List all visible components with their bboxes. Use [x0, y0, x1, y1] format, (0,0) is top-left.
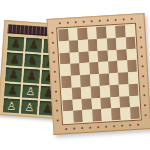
peg-holes-bottom: [65, 124, 139, 131]
peg-hole: [129, 124, 131, 126]
stored-chess-piece: ♙: [24, 101, 35, 113]
peg-hole: [107, 19, 109, 21]
chessboard: [47, 13, 150, 135]
peg-hole: [99, 20, 101, 22]
peg-hole: [144, 104, 146, 106]
peg-hole: [51, 32, 53, 34]
piece-compartment: ♟: [7, 36, 24, 51]
piece-compartment: ♙: [22, 84, 39, 99]
piece-compartment: ♙: [21, 100, 38, 115]
stored-chess-piece: ♟: [8, 69, 19, 81]
board-square: [127, 60, 137, 72]
piece-compartment: ♟: [23, 69, 40, 84]
peg-hole: [59, 22, 61, 24]
board-square: [126, 48, 136, 60]
stored-chess-piece: ♙: [25, 86, 36, 98]
peg-hole: [89, 127, 91, 129]
stored-chess-piece: ♟: [9, 53, 20, 65]
stored-chess-piece: ♟: [11, 38, 22, 50]
stored-chess-piece: ♟: [28, 39, 39, 51]
peg-hole: [57, 119, 59, 121]
peg-hole: [56, 110, 58, 112]
peg-hole: [53, 61, 55, 63]
peg-hole: [56, 100, 58, 102]
peg-hole: [67, 22, 69, 24]
peg-hole: [54, 71, 56, 73]
board-square: [129, 95, 139, 107]
piece-compartment: ♟: [6, 52, 23, 67]
peg-hole: [113, 125, 115, 127]
peg-hole: [105, 126, 107, 128]
peg-hole: [97, 126, 99, 128]
peg-hole: [73, 128, 75, 130]
peg-hole: [142, 65, 144, 67]
peg-hole: [142, 75, 144, 77]
peg-hole: [81, 127, 83, 129]
peg-hole: [131, 18, 133, 20]
peg-hole: [143, 95, 145, 97]
piece-compartment: ♟: [25, 38, 42, 53]
board-square: [130, 107, 140, 119]
peg-hole: [139, 26, 141, 28]
peg-hole: [55, 90, 57, 92]
piece-compartment: ♟: [4, 83, 21, 98]
board-square: [125, 25, 135, 37]
peg-hole: [115, 19, 117, 21]
peg-hole: [137, 124, 139, 126]
board-square: [127, 72, 137, 84]
piece-compartment: ♙: [3, 99, 20, 114]
peg-hole: [143, 85, 145, 87]
product-photo: ♟♟♞♟♟♜♟♞♟♝♟♟♟♟♟♟♛♟♟♙♟♙♘♙♙♙♟♙♙♖: [0, 0, 150, 150]
peg-hole: [53, 51, 55, 53]
peg-hole: [91, 20, 93, 22]
peg-hole: [83, 21, 85, 23]
peg-hole: [145, 114, 147, 116]
board-grid: [58, 25, 140, 123]
peg-hole: [123, 18, 125, 20]
peg-hole: [140, 36, 142, 38]
board-playfield: [56, 23, 142, 126]
peg-hole: [140, 46, 142, 48]
board-square: [125, 36, 135, 48]
peg-hole: [65, 128, 67, 130]
stored-chess-piece: ♞: [27, 55, 38, 67]
peg-hole: [141, 56, 143, 58]
stored-chess-piece: ♟: [7, 85, 18, 97]
peg-hole: [75, 21, 77, 23]
stored-chess-piece: ♟: [26, 70, 37, 82]
piece-compartment: ♟: [5, 67, 22, 82]
peg-hole: [121, 125, 123, 127]
peg-hole: [52, 41, 54, 43]
stored-chess-piece: ♙: [6, 100, 17, 112]
board-square: [128, 83, 138, 95]
piece-compartment: ♞: [24, 53, 41, 68]
peg-hole: [54, 80, 56, 82]
